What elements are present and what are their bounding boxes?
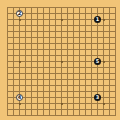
hoshi-dot [19, 19, 21, 21]
grid-line-vertical [79, 7, 80, 116]
grid-line-horizontal [7, 91, 116, 92]
grid-line-vertical [109, 7, 110, 116]
hoshi-dot [103, 19, 105, 21]
grid-line-vertical [91, 7, 92, 116]
hoshi-dot [61, 61, 63, 63]
hoshi-dot [61, 19, 63, 21]
grid-line-vertical [73, 7, 74, 116]
hoshi-dot [19, 61, 21, 63]
grid-line-horizontal [7, 85, 116, 86]
stone-white-2: 2 [16, 10, 23, 17]
hoshi-dot [61, 103, 63, 105]
grid-line-horizontal [7, 73, 116, 74]
grid-line-horizontal [7, 67, 116, 68]
stone-white-4: 4 [16, 94, 23, 101]
hoshi-dot [19, 103, 21, 105]
grid-line-horizontal [7, 79, 116, 80]
grid-line-horizontal [7, 115, 116, 116]
stone-black-3: 3 [94, 94, 101, 101]
stone-black-5: 5 [94, 58, 101, 65]
stone-black-1: 1 [94, 16, 101, 23]
hoshi-dot [103, 61, 105, 63]
grid-line-vertical [85, 7, 86, 116]
grid-line-horizontal [7, 109, 116, 110]
hoshi-dot [103, 103, 105, 105]
grid-line-vertical [67, 7, 68, 116]
go-board[interactable]: 12345 [0, 0, 120, 120]
grid-line-vertical [115, 7, 116, 116]
